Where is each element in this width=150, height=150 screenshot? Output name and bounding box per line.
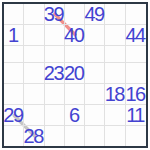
cell-r3c1[interactable] xyxy=(24,63,44,84)
cell-r2c1[interactable] xyxy=(24,46,44,63)
cell-r6c1[interactable]: 28 xyxy=(24,126,44,146)
cell-r1c4[interactable] xyxy=(85,25,105,46)
cell-r0c6[interactable] xyxy=(126,4,146,25)
cell-r5c5[interactable] xyxy=(105,105,125,126)
cell-r1c0[interactable]: 1 xyxy=(4,25,24,46)
cell-r4c4[interactable] xyxy=(85,84,105,105)
cell-r4c3[interactable] xyxy=(65,84,85,105)
cell-r6c6[interactable] xyxy=(126,126,146,146)
cell-r0c3[interactable] xyxy=(65,4,85,25)
cell-r3c0[interactable] xyxy=(4,63,24,84)
cell-r0c4[interactable]: 49 xyxy=(85,4,105,25)
cell-r5c3[interactable]: 6 xyxy=(65,105,85,126)
cell-r0c1[interactable] xyxy=(24,4,44,25)
cell-r0c5[interactable] xyxy=(105,4,125,25)
cell-r5c4[interactable] xyxy=(85,105,105,126)
cell-r6c3[interactable] xyxy=(65,126,85,146)
cell-r1c1[interactable] xyxy=(24,25,44,46)
cell-r2c0[interactable] xyxy=(4,46,24,63)
cell-r2c2[interactable] xyxy=(45,46,65,63)
puzzle-grid: 394914044232018162961128 xyxy=(4,4,146,146)
cell-r0c2[interactable]: 39 xyxy=(45,4,65,25)
cell-r3c5[interactable] xyxy=(105,63,125,84)
cell-r2c6[interactable] xyxy=(126,46,146,63)
cell-r2c5[interactable] xyxy=(105,46,125,63)
cell-r4c1[interactable] xyxy=(24,84,44,105)
cell-r5c0[interactable]: 29 xyxy=(4,105,24,126)
hidato-board: 394914044232018162961128 xyxy=(2,2,148,148)
cell-r6c2[interactable] xyxy=(45,126,65,146)
cell-r4c5[interactable]: 18 xyxy=(105,84,125,105)
cell-r4c2[interactable] xyxy=(45,84,65,105)
cell-r2c3[interactable] xyxy=(65,46,85,63)
cell-r3c4[interactable] xyxy=(85,63,105,84)
cell-r2c4[interactable] xyxy=(85,46,105,63)
cell-r5c6[interactable]: 11 xyxy=(126,105,146,126)
cell-r4c0[interactable] xyxy=(4,84,24,105)
cell-r6c0[interactable] xyxy=(4,126,24,146)
cell-r3c6[interactable] xyxy=(126,63,146,84)
cell-r1c3[interactable]: 40 xyxy=(65,25,85,46)
cell-r5c2[interactable] xyxy=(45,105,65,126)
cell-r6c4[interactable] xyxy=(85,126,105,146)
cell-r3c3[interactable]: 20 xyxy=(65,63,85,84)
cell-r3c2[interactable]: 23 xyxy=(45,63,65,84)
cell-r5c1[interactable] xyxy=(24,105,44,126)
cell-r1c5[interactable] xyxy=(105,25,125,46)
cell-r1c2[interactable] xyxy=(45,25,65,46)
cell-r1c6[interactable]: 44 xyxy=(126,25,146,46)
cell-r4c6[interactable]: 16 xyxy=(126,84,146,105)
cell-r6c5[interactable] xyxy=(105,126,125,146)
cell-r0c0[interactable] xyxy=(4,4,24,25)
